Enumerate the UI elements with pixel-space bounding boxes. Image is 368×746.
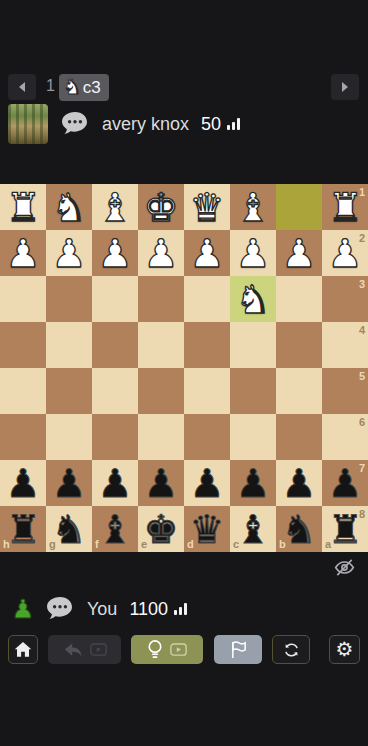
file-label-e: e (141, 539, 147, 550)
home-button[interactable] (8, 635, 38, 664)
square-f7[interactable]: ♟ (92, 460, 138, 506)
file-label-a: a (325, 539, 331, 550)
chat-bubble-icon[interactable] (60, 110, 90, 138)
rank-label-1: 1 (359, 187, 365, 198)
piece-white-pawn[interactable]: ♟ (184, 230, 230, 276)
move-number: 1 (46, 77, 55, 95)
square-h4[interactable] (0, 322, 46, 368)
lightbulb-icon (147, 639, 163, 660)
rank-label-3: 3 (359, 279, 365, 290)
refresh-icon (282, 641, 301, 659)
square-d6[interactable] (184, 414, 230, 460)
square-b7[interactable]: ♟ (276, 460, 322, 506)
square-b5[interactable] (276, 368, 322, 414)
square-e5[interactable] (138, 368, 184, 414)
square-c7[interactable]: ♟ (230, 460, 276, 506)
square-b2[interactable]: ♟ (276, 230, 322, 276)
square-h3[interactable] (0, 276, 46, 322)
square-c3[interactable]: ♞ (230, 276, 276, 322)
square-b8[interactable]: ♞b (276, 506, 322, 552)
square-d5[interactable] (184, 368, 230, 414)
rank-label-4: 4 (359, 325, 365, 336)
file-label-g: g (49, 539, 56, 550)
piece-white-bishop[interactable]: ♝ (230, 184, 276, 230)
piece-white-rook[interactable]: ♜ (0, 184, 46, 230)
white-knight-icon: ♞ (63, 74, 82, 101)
piece-white-pawn[interactable]: ♟ (92, 230, 138, 276)
chess-app-screen: { "move_nav": { "move_number": "1", "mov… (0, 0, 368, 746)
square-f6[interactable] (92, 414, 138, 460)
player-rating: 1100 (129, 599, 168, 620)
square-d3[interactable] (184, 276, 230, 322)
square-e3[interactable] (138, 276, 184, 322)
prev-move-button[interactable] (8, 74, 36, 100)
square-b6[interactable] (276, 414, 322, 460)
settings-button[interactable]: ⚙ (329, 635, 360, 664)
square-g7[interactable]: ♟ (46, 460, 92, 506)
piece-white-pawn[interactable]: ♟ (230, 230, 276, 276)
move-san: c3 (83, 78, 101, 98)
home-icon (14, 641, 32, 658)
rating-bars-icon (174, 603, 187, 615)
square-e4[interactable] (138, 322, 184, 368)
next-move-button[interactable] (331, 74, 359, 100)
square-f2[interactable]: ♟ (92, 230, 138, 276)
chevron-right-icon (340, 81, 350, 93)
piece-white-king[interactable]: ♚ (138, 184, 184, 230)
player-name: You (87, 599, 117, 620)
opponent-name: avery knox (102, 114, 189, 135)
undo-button[interactable] (48, 635, 121, 664)
piece-white-pawn[interactable]: ♟ (46, 230, 92, 276)
player-row: ♟ You 1100 (0, 590, 368, 628)
file-label-c: c (233, 539, 239, 550)
square-h5[interactable] (0, 368, 46, 414)
square-a8[interactable]: ♜8a (322, 506, 368, 552)
piece-black-pawn[interactable]: ♟ (138, 460, 184, 506)
video-play-icon (170, 643, 187, 657)
hide-eval-button[interactable] (333, 556, 356, 579)
opponent-rating: 50 (201, 114, 221, 135)
piece-white-pawn[interactable]: ♟ (0, 230, 46, 276)
rank-label-2: 2 (359, 233, 365, 244)
rank-label-8: 8 (359, 509, 365, 520)
chess-board: ♜♞♝♚♛♝♜1♟♟♟♟♟♟♟♟2♞3456♟♟♟♟♟♟♟♟7♜h♞g♝f♚e♛… (0, 184, 368, 552)
square-g4[interactable] (46, 322, 92, 368)
square-f1[interactable]: ♝ (92, 184, 138, 230)
square-h8[interactable]: ♜h (0, 506, 46, 552)
square-a5[interactable]: 5 (322, 368, 368, 414)
rank-label-5: 5 (359, 371, 365, 382)
file-label-d: d (187, 539, 194, 550)
piece-white-knight[interactable]: ♞ (46, 184, 92, 230)
square-b1[interactable] (276, 184, 322, 230)
opponent-row: avery knox 50 (0, 104, 368, 144)
piece-white-bishop[interactable]: ♝ (92, 184, 138, 230)
square-g6[interactable] (46, 414, 92, 460)
square-d4[interactable] (184, 322, 230, 368)
square-a6[interactable]: 6 (322, 414, 368, 460)
square-f4[interactable] (92, 322, 138, 368)
square-h1[interactable]: ♜ (0, 184, 46, 230)
rematch-button[interactable] (272, 635, 310, 664)
square-b4[interactable] (276, 322, 322, 368)
square-a3[interactable]: 3 (322, 276, 368, 322)
square-f5[interactable] (92, 368, 138, 414)
square-e1[interactable]: ♚ (138, 184, 184, 230)
square-d1[interactable]: ♛ (184, 184, 230, 230)
video-play-icon (90, 643, 107, 657)
chat-bubble-icon[interactable] (45, 595, 75, 623)
square-c5[interactable] (230, 368, 276, 414)
square-d2[interactable]: ♟ (184, 230, 230, 276)
square-f3[interactable] (92, 276, 138, 322)
piece-white-queen[interactable]: ♛ (184, 184, 230, 230)
file-label-f: f (95, 539, 99, 550)
piece-white-pawn[interactable]: ♟ (276, 230, 322, 276)
piece-black-pawn[interactable]: ♟ (184, 460, 230, 506)
square-b3[interactable] (276, 276, 322, 322)
undo-arrow-icon (63, 641, 83, 659)
piece-black-pawn[interactable]: ♟ (0, 460, 46, 506)
square-c4[interactable] (230, 322, 276, 368)
opponent-avatar[interactable] (8, 104, 48, 144)
piece-white-knight[interactable]: ♞ (230, 276, 276, 322)
square-a7[interactable]: ♟7 (322, 460, 368, 506)
square-c1[interactable]: ♝ (230, 184, 276, 230)
square-f8[interactable]: ♝f (92, 506, 138, 552)
square-c6[interactable] (230, 414, 276, 460)
square-g8[interactable]: ♞g (46, 506, 92, 552)
square-g1[interactable]: ♞ (46, 184, 92, 230)
piece-white-pawn[interactable]: ♟ (138, 230, 184, 276)
square-c2[interactable]: ♟ (230, 230, 276, 276)
flag-icon (230, 640, 247, 659)
player-avatar[interactable]: ♟ (13, 590, 33, 628)
rating-bars-icon (227, 118, 240, 130)
file-label-b: b (279, 539, 286, 550)
piece-black-pawn[interactable]: ♟ (46, 460, 92, 506)
rank-label-6: 6 (359, 417, 365, 428)
chevron-left-icon (17, 81, 27, 93)
piece-black-pawn[interactable]: ♟ (230, 460, 276, 506)
square-g2[interactable]: ♟ (46, 230, 92, 276)
square-h2[interactable]: ♟ (0, 230, 46, 276)
square-e8[interactable]: ♚e (138, 506, 184, 552)
square-e6[interactable] (138, 414, 184, 460)
square-a4[interactable]: 4 (322, 322, 368, 368)
file-label-h: h (3, 539, 10, 550)
gear-icon: ⚙ (336, 635, 354, 664)
current-move-chip[interactable]: ♞ c3 (59, 74, 109, 101)
square-h7[interactable]: ♟ (0, 460, 46, 506)
square-h6[interactable] (0, 414, 46, 460)
square-c8[interactable]: ♝c (230, 506, 276, 552)
square-d7[interactable]: ♟ (184, 460, 230, 506)
resign-flag-button[interactable] (214, 635, 262, 664)
rank-label-7: 7 (359, 463, 365, 474)
square-a1[interactable]: ♜1 (322, 184, 368, 230)
square-g3[interactable] (46, 276, 92, 322)
piece-black-pawn[interactable]: ♟ (276, 460, 322, 506)
square-e7[interactable]: ♟ (138, 460, 184, 506)
piece-black-pawn[interactable]: ♟ (92, 460, 138, 506)
hint-button[interactable] (131, 635, 203, 664)
square-d8[interactable]: ♛d (184, 506, 230, 552)
square-a2[interactable]: ♟2 (322, 230, 368, 276)
square-e2[interactable]: ♟ (138, 230, 184, 276)
eye-slash-icon (333, 556, 356, 579)
square-g5[interactable] (46, 368, 92, 414)
